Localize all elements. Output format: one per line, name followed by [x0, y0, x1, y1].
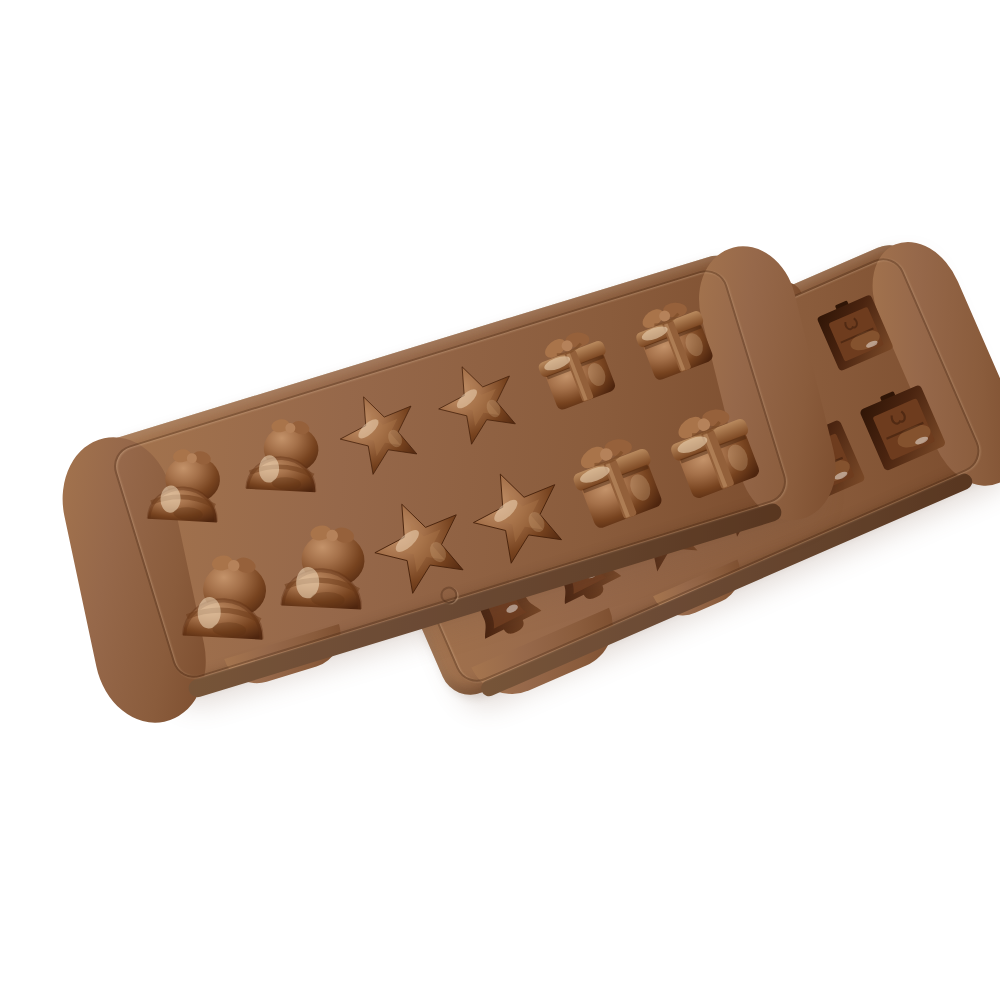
gift-protrusion-icon — [617, 282, 731, 396]
star-protrusion-icon — [421, 342, 535, 456]
front-tray-r1c4-star-protrusion — [417, 335, 539, 463]
star-protrusion-icon — [323, 372, 437, 486]
gift-protrusion-icon — [519, 312, 633, 426]
front-tray-r1c3-star-protrusion — [319, 365, 441, 493]
bell-protrusion-icon — [225, 402, 339, 516]
product-photo-canvas — [0, 0, 1000, 1000]
gift-cavity-icon — [804, 282, 906, 384]
front-tray-r1c6-gift-protrusion — [613, 275, 735, 403]
